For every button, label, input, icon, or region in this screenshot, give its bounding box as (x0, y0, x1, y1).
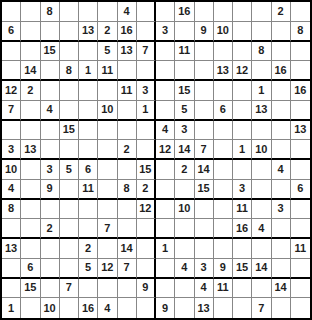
cell-r14c16[interactable] (291, 259, 310, 279)
cell-r1c14[interactable] (252, 2, 271, 22)
cell-r8c16[interactable] (291, 140, 310, 160)
cell-r3c10[interactable]: 11 (175, 42, 194, 62)
cell-r9c10[interactable]: 2 (175, 160, 194, 180)
cell-r7c9[interactable]: 4 (156, 121, 175, 141)
cell-r13c4[interactable] (60, 239, 79, 259)
cell-r15c7[interactable] (118, 279, 137, 299)
cell-r4c13[interactable]: 12 (233, 61, 252, 81)
cell-r9c4[interactable]: 5 (60, 160, 79, 180)
cell-r1c16[interactable] (291, 2, 310, 22)
cell-r16c6[interactable]: 4 (98, 298, 117, 318)
cell-r6c13[interactable] (233, 101, 252, 121)
cell-r6c2[interactable] (21, 101, 40, 121)
cell-r1c15[interactable]: 2 (272, 2, 291, 22)
cell-r3c4[interactable] (60, 42, 79, 62)
cell-r11c8[interactable]: 12 (137, 200, 156, 220)
cell-r3c15[interactable] (272, 42, 291, 62)
cell-r10c10[interactable] (175, 180, 194, 200)
cell-r14c7[interactable]: 7 (118, 259, 137, 279)
cell-r1c13[interactable] (233, 2, 252, 22)
cell-r16c3[interactable]: 10 (41, 298, 60, 318)
cell-r1c7[interactable]: 4 (118, 2, 137, 22)
cell-r15c4[interactable]: 7 (60, 279, 79, 299)
cell-r6c7[interactable] (118, 101, 137, 121)
cell-r12c12[interactable] (214, 219, 233, 239)
cell-r16c16[interactable] (291, 298, 310, 318)
cell-r4c1[interactable] (2, 61, 21, 81)
cell-r13c14[interactable] (252, 239, 271, 259)
cell-r13c10[interactable] (175, 239, 194, 259)
cell-r7c5[interactable] (79, 121, 98, 141)
cell-r10c12[interactable] (214, 180, 233, 200)
cell-r5c10[interactable]: 15 (175, 81, 194, 101)
cell-r2c1[interactable]: 6 (2, 22, 21, 42)
cell-r7c10[interactable]: 3 (175, 121, 194, 141)
cell-r10c14[interactable] (252, 180, 271, 200)
cell-r13c9[interactable]: 1 (156, 239, 175, 259)
cell-r5c1[interactable]: 12 (2, 81, 21, 101)
cell-r9c12[interactable] (214, 160, 233, 180)
cell-r2c5[interactable]: 13 (79, 22, 98, 42)
cell-r12c1[interactable] (2, 219, 21, 239)
cell-r10c8[interactable]: 2 (137, 180, 156, 200)
cell-r6c10[interactable]: 5 (175, 101, 194, 121)
cell-r7c7[interactable] (118, 121, 137, 141)
cell-r9c11[interactable]: 14 (195, 160, 214, 180)
cell-r13c6[interactable] (98, 239, 117, 259)
cell-r10c9[interactable] (156, 180, 175, 200)
cell-r13c16[interactable]: 11 (291, 239, 310, 259)
cell-r10c4[interactable] (60, 180, 79, 200)
cell-r11c12[interactable] (214, 200, 233, 220)
cell-r5c16[interactable]: 16 (291, 81, 310, 101)
cell-r10c11[interactable]: 15 (195, 180, 214, 200)
cell-r3c13[interactable] (233, 42, 252, 62)
cell-r8c12[interactable] (214, 140, 233, 160)
cell-r6c9[interactable] (156, 101, 175, 121)
cell-r1c4[interactable] (60, 2, 79, 22)
cell-r13c7[interactable]: 14 (118, 239, 137, 259)
cell-r16c8[interactable] (137, 298, 156, 318)
cell-r5c14[interactable]: 1 (252, 81, 271, 101)
cell-r6c12[interactable]: 6 (214, 101, 233, 121)
cell-r3c8[interactable]: 7 (137, 42, 156, 62)
cell-r11c6[interactable] (98, 200, 117, 220)
cell-r11c11[interactable] (195, 200, 214, 220)
cell-r7c6[interactable] (98, 121, 117, 141)
cell-r16c1[interactable]: 1 (2, 298, 21, 318)
cell-r16c9[interactable]: 9 (156, 298, 175, 318)
cell-r14c14[interactable]: 14 (252, 259, 271, 279)
cell-r15c15[interactable]: 14 (272, 279, 291, 299)
cell-r7c16[interactable]: 13 (291, 121, 310, 141)
cell-r3c7[interactable]: 13 (118, 42, 137, 62)
cell-r4c11[interactable] (195, 61, 214, 81)
cell-r11c4[interactable] (60, 200, 79, 220)
cell-r3c9[interactable] (156, 42, 175, 62)
cell-r8c6[interactable] (98, 140, 117, 160)
cell-r6c11[interactable] (195, 101, 214, 121)
cell-r3c12[interactable] (214, 42, 233, 62)
cell-r5c6[interactable] (98, 81, 117, 101)
cell-r7c13[interactable] (233, 121, 252, 141)
cell-r14c6[interactable]: 12 (98, 259, 117, 279)
cell-r5c15[interactable] (272, 81, 291, 101)
sudoku-board: 8416261321639108155137118148111131216122… (0, 0, 312, 320)
cell-r6c4[interactable] (60, 101, 79, 121)
cell-r7c8[interactable] (137, 121, 156, 141)
cell-r2c13[interactable] (233, 22, 252, 42)
cell-r1c10[interactable]: 16 (175, 2, 194, 22)
cell-r12c9[interactable] (156, 219, 175, 239)
cell-r15c12[interactable]: 11 (214, 279, 233, 299)
cell-r4c14[interactable] (252, 61, 271, 81)
cell-r10c6[interactable] (98, 180, 117, 200)
cell-r8c15[interactable] (272, 140, 291, 160)
cell-r9c3[interactable]: 3 (41, 160, 60, 180)
cell-r10c13[interactable]: 3 (233, 180, 252, 200)
cell-r10c7[interactable]: 8 (118, 180, 137, 200)
cell-r12c7[interactable] (118, 219, 137, 239)
cell-r2c14[interactable] (252, 22, 271, 42)
cell-r9c16[interactable] (291, 160, 310, 180)
cell-r3c6[interactable]: 5 (98, 42, 117, 62)
cell-r2c12[interactable]: 10 (214, 22, 233, 42)
cell-r5c4[interactable] (60, 81, 79, 101)
cell-r6c5[interactable] (79, 101, 98, 121)
cell-r8c9[interactable]: 12 (156, 140, 175, 160)
cell-r7c1[interactable] (2, 121, 21, 141)
cell-r16c5[interactable]: 16 (79, 298, 98, 318)
cell-r10c5[interactable]: 11 (79, 180, 98, 200)
cell-r7c4[interactable]: 15 (60, 121, 79, 141)
cell-r10c2[interactable] (21, 180, 40, 200)
cell-r12c14[interactable]: 4 (252, 219, 271, 239)
cell-r15c6[interactable] (98, 279, 117, 299)
cell-r15c9[interactable] (156, 279, 175, 299)
cell-r6c8[interactable]: 1 (137, 101, 156, 121)
cell-r14c13[interactable]: 15 (233, 259, 252, 279)
cell-r6c14[interactable]: 13 (252, 101, 271, 121)
cell-r15c13[interactable] (233, 279, 252, 299)
cell-r2c8[interactable] (137, 22, 156, 42)
cell-r16c12[interactable] (214, 298, 233, 318)
cell-r5c12[interactable] (214, 81, 233, 101)
cell-r15c10[interactable] (175, 279, 194, 299)
cell-r15c1[interactable] (2, 279, 21, 299)
cell-r1c9[interactable] (156, 2, 175, 22)
cell-r8c11[interactable]: 7 (195, 140, 214, 160)
cell-r6c1[interactable]: 7 (2, 101, 21, 121)
cell-r16c4[interactable] (60, 298, 79, 318)
cell-r6c16[interactable] (291, 101, 310, 121)
cell-r15c3[interactable] (41, 279, 60, 299)
cell-r5c2[interactable]: 2 (21, 81, 40, 101)
cell-r2c6[interactable]: 2 (98, 22, 117, 42)
cell-r1c5[interactable] (79, 2, 98, 22)
cell-r11c7[interactable] (118, 200, 137, 220)
cell-r15c16[interactable] (291, 279, 310, 299)
cell-r3c14[interactable]: 8 (252, 42, 271, 62)
cell-r16c15[interactable] (272, 298, 291, 318)
cell-r4c3[interactable] (41, 61, 60, 81)
cell-r15c2[interactable]: 15 (21, 279, 40, 299)
cell-r4c10[interactable] (175, 61, 194, 81)
cell-r1c3[interactable]: 8 (41, 2, 60, 22)
cell-r5c11[interactable] (195, 81, 214, 101)
cell-r12c15[interactable] (272, 219, 291, 239)
cell-r9c13[interactable] (233, 160, 252, 180)
cell-r13c3[interactable] (41, 239, 60, 259)
cell-r5c7[interactable]: 11 (118, 81, 137, 101)
cell-r7c11[interactable] (195, 121, 214, 141)
cell-r2c15[interactable] (272, 22, 291, 42)
cell-r15c14[interactable] (252, 279, 271, 299)
cell-r13c2[interactable] (21, 239, 40, 259)
cell-r6c3[interactable]: 4 (41, 101, 60, 121)
cell-r16c14[interactable]: 7 (252, 298, 271, 318)
cell-r9c2[interactable] (21, 160, 40, 180)
cell-r3c5[interactable] (79, 42, 98, 62)
cell-r6c6[interactable]: 10 (98, 101, 117, 121)
cell-r14c15[interactable] (272, 259, 291, 279)
cell-r8c5[interactable] (79, 140, 98, 160)
cell-r2c7[interactable]: 16 (118, 22, 137, 42)
cell-r8c1[interactable]: 3 (2, 140, 21, 160)
cell-r15c8[interactable]: 9 (137, 279, 156, 299)
cell-r4c5[interactable]: 1 (79, 61, 98, 81)
cell-r8c8[interactable] (137, 140, 156, 160)
cell-r1c12[interactable] (214, 2, 233, 22)
cell-r16c13[interactable] (233, 298, 252, 318)
cell-r2c3[interactable] (41, 22, 60, 42)
cell-r16c7[interactable] (118, 298, 137, 318)
cell-r9c5[interactable]: 6 (79, 160, 98, 180)
cell-r14c5[interactable]: 5 (79, 259, 98, 279)
cell-r8c3[interactable] (41, 140, 60, 160)
cell-r12c13[interactable]: 16 (233, 219, 252, 239)
cell-r11c2[interactable] (21, 200, 40, 220)
cell-r9c8[interactable]: 15 (137, 160, 156, 180)
cell-r16c2[interactable] (21, 298, 40, 318)
cell-r11c10[interactable]: 10 (175, 200, 194, 220)
cell-r10c1[interactable]: 4 (2, 180, 21, 200)
cell-r16c11[interactable]: 13 (195, 298, 214, 318)
cell-r12c10[interactable] (175, 219, 194, 239)
cell-r8c2[interactable]: 13 (21, 140, 40, 160)
cell-r1c11[interactable] (195, 2, 214, 22)
cell-r8c14[interactable]: 10 (252, 140, 271, 160)
cell-r5c13[interactable] (233, 81, 252, 101)
cell-r14c11[interactable]: 3 (195, 259, 214, 279)
cell-r11c13[interactable]: 11 (233, 200, 252, 220)
cell-r10c3[interactable]: 9 (41, 180, 60, 200)
cell-r15c5[interactable] (79, 279, 98, 299)
cell-r7c3[interactable] (41, 121, 60, 141)
cell-r4c9[interactable] (156, 61, 175, 81)
cell-r7c12[interactable] (214, 121, 233, 141)
cell-r4c4[interactable]: 8 (60, 61, 79, 81)
cell-r9c15[interactable]: 4 (272, 160, 291, 180)
cell-r5c9[interactable] (156, 81, 175, 101)
cell-r8c4[interactable] (60, 140, 79, 160)
cell-r12c4[interactable] (60, 219, 79, 239)
cell-r3c11[interactable] (195, 42, 214, 62)
cell-r14c3[interactable] (41, 259, 60, 279)
cell-r13c1[interactable]: 13 (2, 239, 21, 259)
cell-r9c6[interactable] (98, 160, 117, 180)
cell-r4c15[interactable]: 16 (272, 61, 291, 81)
cell-r1c8[interactable] (137, 2, 156, 22)
cell-r14c9[interactable] (156, 259, 175, 279)
cell-r3c3[interactable]: 15 (41, 42, 60, 62)
cell-r5c3[interactable] (41, 81, 60, 101)
cell-r10c16[interactable]: 6 (291, 180, 310, 200)
cell-r12c16[interactable] (291, 219, 310, 239)
cell-r2c16[interactable]: 8 (291, 22, 310, 42)
cell-r14c1[interactable] (2, 259, 21, 279)
cell-r2c9[interactable]: 3 (156, 22, 175, 42)
cell-r4c12[interactable]: 13 (214, 61, 233, 81)
cell-r3c16[interactable] (291, 42, 310, 62)
cell-r13c13[interactable] (233, 239, 252, 259)
cell-r9c1[interactable]: 10 (2, 160, 21, 180)
cell-r5c5[interactable] (79, 81, 98, 101)
cell-r2c2[interactable] (21, 22, 40, 42)
cell-r9c9[interactable] (156, 160, 175, 180)
cell-r4c7[interactable] (118, 61, 137, 81)
cell-r11c5[interactable] (79, 200, 98, 220)
cell-r1c6[interactable] (98, 2, 117, 22)
cell-r5c8[interactable]: 3 (137, 81, 156, 101)
cell-r3c2[interactable] (21, 42, 40, 62)
cell-r8c7[interactable]: 2 (118, 140, 137, 160)
cell-r13c11[interactable] (195, 239, 214, 259)
cell-r12c2[interactable] (21, 219, 40, 239)
cell-r4c6[interactable]: 11 (98, 61, 117, 81)
cell-r9c14[interactable] (252, 160, 271, 180)
cell-r14c10[interactable]: 4 (175, 259, 194, 279)
cell-r12c6[interactable]: 7 (98, 219, 117, 239)
cell-r12c5[interactable] (79, 219, 98, 239)
cell-r14c8[interactable] (137, 259, 156, 279)
cell-r11c14[interactable] (252, 200, 271, 220)
cell-r8c10[interactable]: 14 (175, 140, 194, 160)
cell-r7c15[interactable] (272, 121, 291, 141)
cell-r13c8[interactable] (137, 239, 156, 259)
cell-r4c2[interactable]: 14 (21, 61, 40, 81)
cell-r11c15[interactable]: 3 (272, 200, 291, 220)
cell-r16c10[interactable] (175, 298, 194, 318)
cell-r13c5[interactable]: 2 (79, 239, 98, 259)
cell-r7c14[interactable] (252, 121, 271, 141)
cell-r10c15[interactable] (272, 180, 291, 200)
cell-r11c3[interactable] (41, 200, 60, 220)
cell-r11c16[interactable] (291, 200, 310, 220)
cell-r14c12[interactable]: 9 (214, 259, 233, 279)
cell-r11c1[interactable]: 8 (2, 200, 21, 220)
cell-r13c15[interactable] (272, 239, 291, 259)
cell-r14c4[interactable] (60, 259, 79, 279)
cell-r4c8[interactable] (137, 61, 156, 81)
cell-r1c1[interactable] (2, 2, 21, 22)
cell-r14c2[interactable]: 6 (21, 259, 40, 279)
cell-r2c4[interactable] (60, 22, 79, 42)
cell-r15c11[interactable]: 4 (195, 279, 214, 299)
cell-r8c13[interactable]: 1 (233, 140, 252, 160)
cell-r11c9[interactable] (156, 200, 175, 220)
cell-r12c11[interactable] (195, 219, 214, 239)
cell-r4c16[interactable] (291, 61, 310, 81)
cell-r12c8[interactable] (137, 219, 156, 239)
cell-r12c3[interactable]: 2 (41, 219, 60, 239)
cell-r2c11[interactable]: 9 (195, 22, 214, 42)
cell-r3c1[interactable] (2, 42, 21, 62)
cell-r1c2[interactable] (21, 2, 40, 22)
cell-r6c15[interactable] (272, 101, 291, 121)
cell-r7c2[interactable] (21, 121, 40, 141)
cell-r2c10[interactable] (175, 22, 194, 42)
cell-r13c12[interactable] (214, 239, 233, 259)
cell-r9c7[interactable] (118, 160, 137, 180)
